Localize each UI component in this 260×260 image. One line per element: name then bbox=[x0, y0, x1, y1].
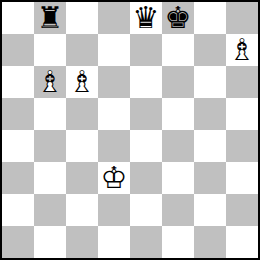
square-c6[interactable]: ♝♗ bbox=[66, 66, 98, 98]
square-d3[interactable]: ♚♔ bbox=[98, 162, 130, 194]
square-g8[interactable] bbox=[194, 2, 226, 34]
square-a8[interactable] bbox=[2, 2, 34, 34]
square-h2[interactable] bbox=[226, 194, 258, 226]
square-e2[interactable] bbox=[130, 194, 162, 226]
piece-white-bishop: ♗ bbox=[34, 66, 66, 98]
piece-white-king-fill: ♚ bbox=[98, 162, 130, 194]
square-h4[interactable] bbox=[226, 130, 258, 162]
square-c2[interactable] bbox=[66, 194, 98, 226]
square-c5[interactable] bbox=[66, 98, 98, 130]
square-e4[interactable] bbox=[130, 130, 162, 162]
square-f3[interactable] bbox=[162, 162, 194, 194]
piece-white-bishop-fill: ♝ bbox=[226, 34, 258, 66]
square-b2[interactable] bbox=[34, 194, 66, 226]
square-h3[interactable] bbox=[226, 162, 258, 194]
square-d2[interactable] bbox=[98, 194, 130, 226]
square-g4[interactable] bbox=[194, 130, 226, 162]
square-b6[interactable]: ♝♗ bbox=[34, 66, 66, 98]
square-d4[interactable] bbox=[98, 130, 130, 162]
square-c7[interactable] bbox=[66, 34, 98, 66]
square-g2[interactable] bbox=[194, 194, 226, 226]
square-f6[interactable] bbox=[162, 66, 194, 98]
square-e3[interactable] bbox=[130, 162, 162, 194]
piece-white-bishop-fill: ♝ bbox=[66, 66, 98, 98]
square-e7[interactable] bbox=[130, 34, 162, 66]
square-b3[interactable] bbox=[34, 162, 66, 194]
square-h5[interactable] bbox=[226, 98, 258, 130]
piece-white-king: ♔ bbox=[98, 162, 130, 194]
square-f2[interactable] bbox=[162, 194, 194, 226]
piece-white-bishop-fill: ♝ bbox=[34, 66, 66, 98]
square-c8[interactable] bbox=[66, 2, 98, 34]
square-b8[interactable]: ♜ bbox=[34, 2, 66, 34]
piece-black-king: ♚ bbox=[162, 2, 194, 34]
square-d8[interactable] bbox=[98, 2, 130, 34]
square-e6[interactable] bbox=[130, 66, 162, 98]
chess-diagram: ♜♛♚♝♗♝♗♝♗♚♔ bbox=[0, 0, 260, 260]
square-h8[interactable] bbox=[226, 2, 258, 34]
square-g6[interactable] bbox=[194, 66, 226, 98]
square-a2[interactable] bbox=[2, 194, 34, 226]
piece-white-bishop: ♗ bbox=[66, 66, 98, 98]
square-d6[interactable] bbox=[98, 66, 130, 98]
square-a1[interactable] bbox=[2, 226, 34, 258]
square-c3[interactable] bbox=[66, 162, 98, 194]
square-f4[interactable] bbox=[162, 130, 194, 162]
square-d1[interactable] bbox=[98, 226, 130, 258]
square-a4[interactable] bbox=[2, 130, 34, 162]
square-g5[interactable] bbox=[194, 98, 226, 130]
square-a6[interactable] bbox=[2, 66, 34, 98]
square-h1[interactable] bbox=[226, 226, 258, 258]
square-h7[interactable]: ♝♗ bbox=[226, 34, 258, 66]
square-e8[interactable]: ♛ bbox=[130, 2, 162, 34]
square-e1[interactable] bbox=[130, 226, 162, 258]
square-g7[interactable] bbox=[194, 34, 226, 66]
square-e5[interactable] bbox=[130, 98, 162, 130]
square-g1[interactable] bbox=[194, 226, 226, 258]
square-f1[interactable] bbox=[162, 226, 194, 258]
chess-board: ♜♛♚♝♗♝♗♝♗♚♔ bbox=[0, 0, 260, 260]
square-c4[interactable] bbox=[66, 130, 98, 162]
piece-black-rook: ♜ bbox=[34, 2, 66, 34]
square-b5[interactable] bbox=[34, 98, 66, 130]
square-c1[interactable] bbox=[66, 226, 98, 258]
square-a3[interactable] bbox=[2, 162, 34, 194]
square-d7[interactable] bbox=[98, 34, 130, 66]
square-a5[interactable] bbox=[2, 98, 34, 130]
square-g3[interactable] bbox=[194, 162, 226, 194]
square-b1[interactable] bbox=[34, 226, 66, 258]
square-f5[interactable] bbox=[162, 98, 194, 130]
square-f8[interactable]: ♚ bbox=[162, 2, 194, 34]
square-f7[interactable] bbox=[162, 34, 194, 66]
square-h6[interactable] bbox=[226, 66, 258, 98]
square-a7[interactable] bbox=[2, 34, 34, 66]
square-d5[interactable] bbox=[98, 98, 130, 130]
piece-black-queen: ♛ bbox=[130, 2, 162, 34]
square-b4[interactable] bbox=[34, 130, 66, 162]
square-b7[interactable] bbox=[34, 34, 66, 66]
piece-white-bishop: ♗ bbox=[226, 34, 258, 66]
